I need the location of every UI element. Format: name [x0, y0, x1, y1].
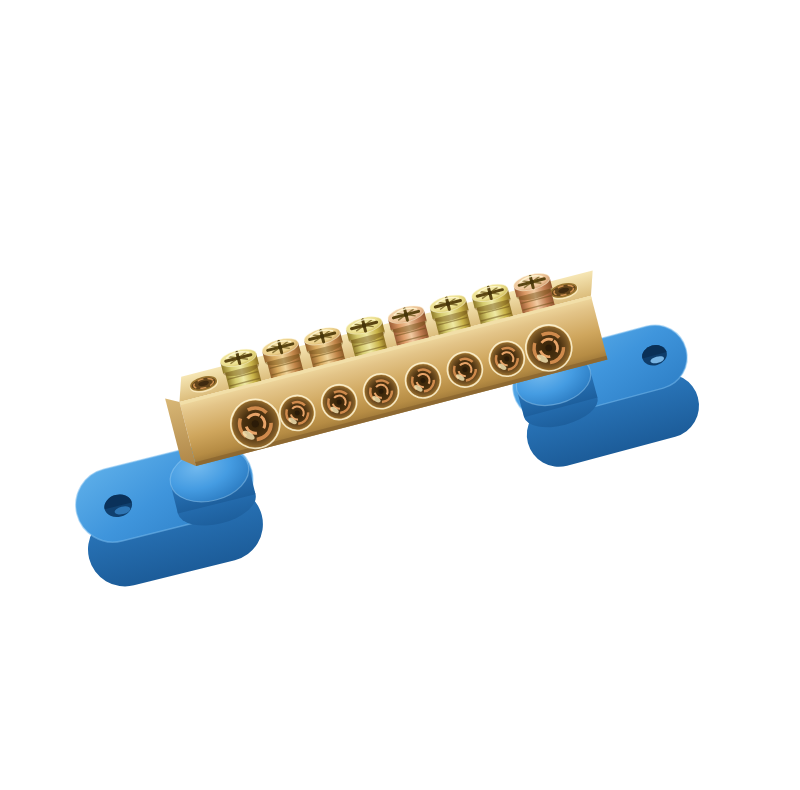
product-photo-stage — [0, 0, 800, 790]
busbar-photo — [0, 0, 800, 790]
insulator-foot-left — [68, 435, 272, 595]
busbar-photo-svg — [0, 0, 800, 790]
